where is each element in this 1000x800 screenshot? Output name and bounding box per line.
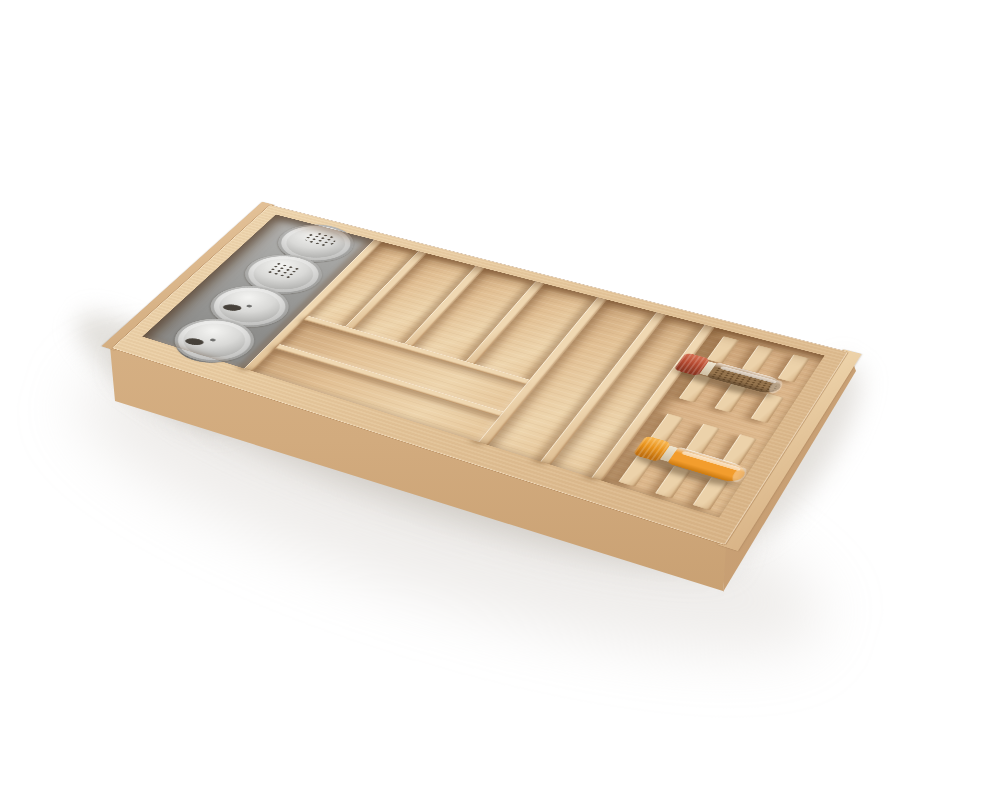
product-photo-scene	[0, 0, 1000, 800]
lid-pivot-icon	[246, 304, 253, 308]
shaker-holes-icon	[300, 230, 340, 249]
cradle-block	[751, 393, 784, 423]
lid-opening-icon	[222, 304, 243, 312]
shaker-holes-icon	[266, 262, 302, 279]
lid-opening-icon	[184, 337, 205, 346]
lid-pivot-icon	[209, 338, 217, 342]
